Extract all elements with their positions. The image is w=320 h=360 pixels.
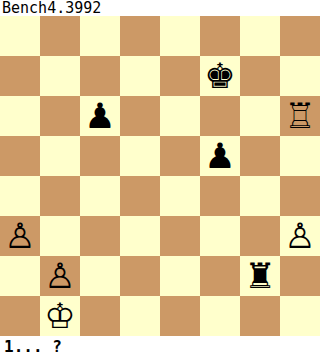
square-h4[interactable]	[280, 176, 320, 216]
square-f3[interactable]	[200, 216, 240, 256]
white-king[interactable]: ♔	[44, 296, 75, 336]
square-h7[interactable]	[280, 56, 320, 96]
square-a3[interactable]: ♙	[0, 216, 40, 256]
square-e8[interactable]	[160, 16, 200, 56]
square-a7[interactable]	[0, 56, 40, 96]
black-king[interactable]: ♚	[204, 56, 235, 96]
square-c8[interactable]	[80, 16, 120, 56]
black-rook[interactable]: ♜	[244, 256, 275, 296]
square-g6[interactable]	[240, 96, 280, 136]
white-pawn[interactable]: ♙	[44, 256, 75, 296]
square-c5[interactable]	[80, 136, 120, 176]
square-g5[interactable]	[240, 136, 280, 176]
square-a4[interactable]	[0, 176, 40, 216]
white-pawn[interactable]: ♙	[284, 216, 315, 256]
square-d5[interactable]	[120, 136, 160, 176]
square-d8[interactable]	[120, 16, 160, 56]
square-c2[interactable]	[80, 256, 120, 296]
square-g7[interactable]	[240, 56, 280, 96]
square-b6[interactable]	[40, 96, 80, 136]
square-d1[interactable]	[120, 296, 160, 336]
puzzle-title: Bench4.3992	[0, 0, 320, 16]
square-b8[interactable]	[40, 16, 80, 56]
square-d2[interactable]	[120, 256, 160, 296]
square-g2[interactable]: ♜	[240, 256, 280, 296]
square-c1[interactable]	[80, 296, 120, 336]
square-h8[interactable]	[280, 16, 320, 56]
square-e2[interactable]	[160, 256, 200, 296]
square-h2[interactable]	[280, 256, 320, 296]
square-d6[interactable]	[120, 96, 160, 136]
move-prompt: 1... ?	[0, 336, 320, 360]
square-c6[interactable]: ♟	[80, 96, 120, 136]
square-g8[interactable]	[240, 16, 280, 56]
black-pawn[interactable]: ♟	[84, 96, 115, 136]
square-e4[interactable]	[160, 176, 200, 216]
square-h3[interactable]: ♙	[280, 216, 320, 256]
square-f6[interactable]	[200, 96, 240, 136]
square-b3[interactable]	[40, 216, 80, 256]
square-a8[interactable]	[0, 16, 40, 56]
square-c3[interactable]	[80, 216, 120, 256]
square-b5[interactable]	[40, 136, 80, 176]
square-f8[interactable]	[200, 16, 240, 56]
square-e5[interactable]	[160, 136, 200, 176]
square-e7[interactable]	[160, 56, 200, 96]
square-h1[interactable]	[280, 296, 320, 336]
square-f2[interactable]	[200, 256, 240, 296]
square-f4[interactable]	[200, 176, 240, 216]
square-a5[interactable]	[0, 136, 40, 176]
square-b2[interactable]: ♙	[40, 256, 80, 296]
square-g1[interactable]	[240, 296, 280, 336]
black-pawn[interactable]: ♟	[204, 136, 235, 176]
square-e1[interactable]	[160, 296, 200, 336]
square-d3[interactable]	[120, 216, 160, 256]
white-pawn[interactable]: ♙	[4, 216, 35, 256]
chess-board: ♚♟♖♟♙♙♙♜♔	[0, 16, 320, 336]
square-d4[interactable]	[120, 176, 160, 216]
square-f5[interactable]: ♟	[200, 136, 240, 176]
white-rook[interactable]: ♖	[284, 96, 315, 136]
square-b7[interactable]	[40, 56, 80, 96]
square-g3[interactable]	[240, 216, 280, 256]
square-h5[interactable]	[280, 136, 320, 176]
square-a6[interactable]	[0, 96, 40, 136]
square-b4[interactable]	[40, 176, 80, 216]
square-f7[interactable]: ♚	[200, 56, 240, 96]
square-h6[interactable]: ♖	[280, 96, 320, 136]
square-b1[interactable]: ♔	[40, 296, 80, 336]
square-c4[interactable]	[80, 176, 120, 216]
square-e6[interactable]	[160, 96, 200, 136]
square-a1[interactable]	[0, 296, 40, 336]
square-a2[interactable]	[0, 256, 40, 296]
square-f1[interactable]	[200, 296, 240, 336]
chess-puzzle-window: Bench4.3992 ♚♟♖♟♙♙♙♜♔ 1... ?	[0, 0, 320, 360]
square-g4[interactable]	[240, 176, 280, 216]
square-e3[interactable]	[160, 216, 200, 256]
square-c7[interactable]	[80, 56, 120, 96]
square-d7[interactable]	[120, 56, 160, 96]
